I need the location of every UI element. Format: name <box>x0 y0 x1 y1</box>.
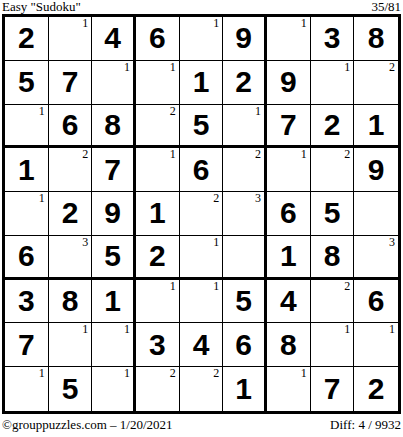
cell-r3c2[interactable]: 6 <box>49 105 93 149</box>
given-digit: 1 <box>368 110 385 140</box>
difficulty-text: Diff: 4 / 9932 <box>330 417 401 432</box>
cell-r3c3[interactable]: 8 <box>92 105 136 149</box>
given-digit: 7 <box>104 155 121 185</box>
given-digit: 1 <box>18 155 35 185</box>
cell-r1c1[interactable]: 2 <box>5 17 49 61</box>
cell-r1c5[interactable]: 1 <box>180 17 224 61</box>
cell-r3c7[interactable]: 7 <box>267 105 311 149</box>
cell-r8c1[interactable]: 7 <box>5 323 49 367</box>
cell-r4c9[interactable]: 9 <box>354 148 398 192</box>
cell-r5c7[interactable]: 6 <box>267 192 311 236</box>
given-digit: 9 <box>104 198 121 228</box>
cell-r1c3[interactable]: 4 <box>92 17 136 61</box>
cell-r8c5[interactable]: 4 <box>180 323 224 367</box>
cell-r4c5[interactable]: 6 <box>180 148 224 192</box>
given-digit: 5 <box>193 110 210 140</box>
given-digit: 2 <box>235 67 252 97</box>
given-digit: 3 <box>149 330 166 360</box>
pencil-mark: 1 <box>82 16 88 30</box>
cell-r8c7[interactable]: 8 <box>267 323 311 367</box>
cell-r5c3[interactable]: 9 <box>92 192 136 236</box>
pencil-mark: 2 <box>170 366 176 380</box>
cell-r9c5[interactable]: 2 <box>180 367 224 411</box>
cell-r7c6[interactable]: 5 <box>223 280 267 324</box>
given-digit: 7 <box>324 374 341 404</box>
pencil-mark: 1 <box>170 279 176 293</box>
cell-r8c4[interactable]: 3 <box>136 323 180 367</box>
cell-r1c7[interactable]: 1 <box>267 17 311 61</box>
given-digit: 9 <box>280 67 297 97</box>
cell-r6c4[interactable]: 2 <box>136 236 180 280</box>
remaining-counter: 35/81 <box>371 0 401 14</box>
pencil-mark: 1 <box>344 60 350 74</box>
pencil-mark: 2 <box>344 279 350 293</box>
given-digit: 2 <box>18 23 35 53</box>
cell-r4c4[interactable]: 1 <box>136 148 180 192</box>
cell-r3c1[interactable]: 1 <box>5 105 49 149</box>
cell-r4c1[interactable]: 1 <box>5 148 49 192</box>
cell-r7c4[interactable]: 1 <box>136 280 180 324</box>
sudoku-page: Easy "Sudoku" 35/81 21461913857111291216… <box>0 0 403 437</box>
given-digit: 3 <box>324 23 341 53</box>
cell-r1c2[interactable]: 1 <box>49 17 93 61</box>
cell-r8c2[interactable]: 1 <box>49 323 93 367</box>
cell-r9c1[interactable]: 1 <box>5 367 49 411</box>
pencil-mark: 1 <box>255 104 261 118</box>
cell-r6c6[interactable] <box>223 236 267 280</box>
given-digit: 8 <box>62 286 79 316</box>
pencil-mark: 2 <box>213 191 219 205</box>
given-digit: 5 <box>235 286 252 316</box>
cell-r6c5[interactable]: 1 <box>180 236 224 280</box>
cell-r9c6[interactable]: 1 <box>223 367 267 411</box>
pencil-mark: 1 <box>301 16 307 30</box>
given-digit: 6 <box>235 330 252 360</box>
footer: ©grouppuzzles.com – 1/20/2021 Diff: 4 / … <box>2 417 401 432</box>
cell-r5c6[interactable]: 3 <box>223 192 267 236</box>
cell-r5c1[interactable]: 1 <box>5 192 49 236</box>
cell-r6c7[interactable]: 1 <box>267 236 311 280</box>
pencil-mark: 1 <box>39 104 45 118</box>
header: Easy "Sudoku" 35/81 <box>2 0 401 14</box>
cell-r7c5[interactable]: 1 <box>180 280 224 324</box>
given-digit: 6 <box>62 110 79 140</box>
pencil-mark: 2 <box>213 366 219 380</box>
given-digit: 4 <box>193 330 210 360</box>
cell-r3c5[interactable]: 5 <box>180 105 224 149</box>
given-digit: 1 <box>193 67 210 97</box>
given-digit: 7 <box>18 330 35 360</box>
given-digit: 4 <box>280 286 297 316</box>
cell-r4c2[interactable]: 2 <box>49 148 93 192</box>
pencil-mark: 1 <box>301 147 307 161</box>
given-digit: 6 <box>280 198 297 228</box>
pencil-mark: 2 <box>170 104 176 118</box>
given-digit: 3 <box>18 286 35 316</box>
pencil-mark: 2 <box>255 147 261 161</box>
cell-r4c8[interactable]: 2 <box>311 148 355 192</box>
given-digit: 1 <box>280 241 297 271</box>
cell-r1c8[interactable]: 3 <box>311 17 355 61</box>
cell-r7c8[interactable]: 2 <box>311 280 355 324</box>
given-digit: 5 <box>62 374 79 404</box>
cell-r4c6[interactable]: 2 <box>223 148 267 192</box>
given-digit: 8 <box>368 23 385 53</box>
cell-r6c3[interactable]: 5 <box>92 236 136 280</box>
given-digit: 7 <box>62 67 79 97</box>
cell-r5c2[interactable]: 2 <box>49 192 93 236</box>
cell-r9c9[interactable]: 2 <box>354 367 398 411</box>
pencil-mark: 2 <box>344 147 350 161</box>
cell-r5c5[interactable]: 2 <box>180 192 224 236</box>
pencil-mark: 1 <box>344 322 350 336</box>
copyright-text: ©grouppuzzles.com – 1/20/2021 <box>2 417 173 432</box>
pencil-mark: 1 <box>170 60 176 74</box>
cell-r2c3[interactable]: 1 <box>92 61 136 105</box>
cell-r9c8[interactable]: 7 <box>311 367 355 411</box>
cell-r2c8[interactable]: 1 <box>311 61 355 105</box>
cell-r2c7[interactable]: 9 <box>267 61 311 105</box>
cell-r1c9[interactable]: 8 <box>354 17 398 61</box>
cell-r5c4[interactable]: 1 <box>136 192 180 236</box>
cell-r5c9[interactable] <box>354 192 398 236</box>
cell-r3c4[interactable]: 2 <box>136 105 180 149</box>
given-digit: 5 <box>324 198 341 228</box>
given-digit: 6 <box>368 286 385 316</box>
cell-r3c8[interactable]: 2 <box>311 105 355 149</box>
pencil-mark: 2 <box>82 147 88 161</box>
cell-r7c7[interactable]: 4 <box>267 280 311 324</box>
cell-r8c8[interactable]: 1 <box>311 323 355 367</box>
sudoku-grid: 2146191385711129121682517211271621291291… <box>2 14 401 414</box>
given-digit: 1 <box>104 286 121 316</box>
pencil-mark: 1 <box>213 16 219 30</box>
cell-r6c1[interactable]: 6 <box>5 236 49 280</box>
cell-r2c4[interactable]: 1 <box>136 61 180 105</box>
given-digit: 4 <box>104 23 121 53</box>
cell-r9c4[interactable]: 2 <box>136 367 180 411</box>
given-digit: 9 <box>368 155 385 185</box>
cell-r2c5[interactable]: 1 <box>180 61 224 105</box>
pencil-mark: 3 <box>389 235 395 249</box>
pencil-mark: 1 <box>124 322 130 336</box>
cell-r2c6[interactable]: 2 <box>223 61 267 105</box>
given-digit: 1 <box>235 374 252 404</box>
given-digit: 5 <box>18 67 35 97</box>
cell-r2c2[interactable]: 7 <box>49 61 93 105</box>
given-digit: 8 <box>104 110 121 140</box>
given-digit: 6 <box>193 155 210 185</box>
pencil-mark: 1 <box>82 322 88 336</box>
page-title: Easy "Sudoku" <box>2 0 81 14</box>
pencil-mark: 1 <box>39 366 45 380</box>
given-digit: 5 <box>104 241 121 271</box>
cell-r7c3[interactable]: 1 <box>92 280 136 324</box>
given-digit: 8 <box>324 241 341 271</box>
cell-r7c2[interactable]: 8 <box>49 280 93 324</box>
given-digit: 9 <box>235 23 252 53</box>
cell-r9c7[interactable]: 1 <box>267 367 311 411</box>
given-digit: 8 <box>280 330 297 360</box>
cell-r4c3[interactable]: 7 <box>92 148 136 192</box>
cell-r7c1[interactable]: 3 <box>5 280 49 324</box>
cell-r3c9[interactable]: 1 <box>354 105 398 149</box>
pencil-mark: 1 <box>213 235 219 249</box>
cell-r9c2[interactable]: 5 <box>49 367 93 411</box>
cell-r7c9[interactable]: 6 <box>354 280 398 324</box>
cell-r3c6[interactable]: 1 <box>223 105 267 149</box>
pencil-mark: 1 <box>124 366 130 380</box>
cell-r1c4[interactable]: 6 <box>136 17 180 61</box>
pencil-mark: 1 <box>170 147 176 161</box>
cell-r8c6[interactable]: 6 <box>223 323 267 367</box>
cell-r5c8[interactable]: 5 <box>311 192 355 236</box>
given-digit: 2 <box>149 241 166 271</box>
given-digit: 6 <box>149 23 166 53</box>
cell-r1c6[interactable]: 9 <box>223 17 267 61</box>
cell-r6c9[interactable]: 3 <box>354 236 398 280</box>
given-digit: 6 <box>18 241 35 271</box>
pencil-mark: 3 <box>82 235 88 249</box>
cell-r4c7[interactable]: 1 <box>267 148 311 192</box>
pencil-mark: 1 <box>124 60 130 74</box>
pencil-mark: 1 <box>213 279 219 293</box>
pencil-mark: 2 <box>389 60 395 74</box>
cell-r2c9[interactable]: 2 <box>354 61 398 105</box>
given-digit: 2 <box>324 110 341 140</box>
pencil-mark: 1 <box>389 322 395 336</box>
pencil-mark: 1 <box>301 366 307 380</box>
pencil-mark: 3 <box>255 191 261 205</box>
cell-r8c3[interactable]: 1 <box>92 323 136 367</box>
cell-r6c8[interactable]: 8 <box>311 236 355 280</box>
given-digit: 1 <box>149 198 166 228</box>
cell-r9c3[interactable]: 1 <box>92 367 136 411</box>
given-digit: 7 <box>280 110 297 140</box>
given-digit: 2 <box>368 374 385 404</box>
cell-r6c2[interactable]: 3 <box>49 236 93 280</box>
cell-r8c9[interactable]: 1 <box>354 323 398 367</box>
cell-r2c1[interactable]: 5 <box>5 61 49 105</box>
given-digit: 2 <box>62 198 79 228</box>
pencil-mark: 1 <box>39 191 45 205</box>
